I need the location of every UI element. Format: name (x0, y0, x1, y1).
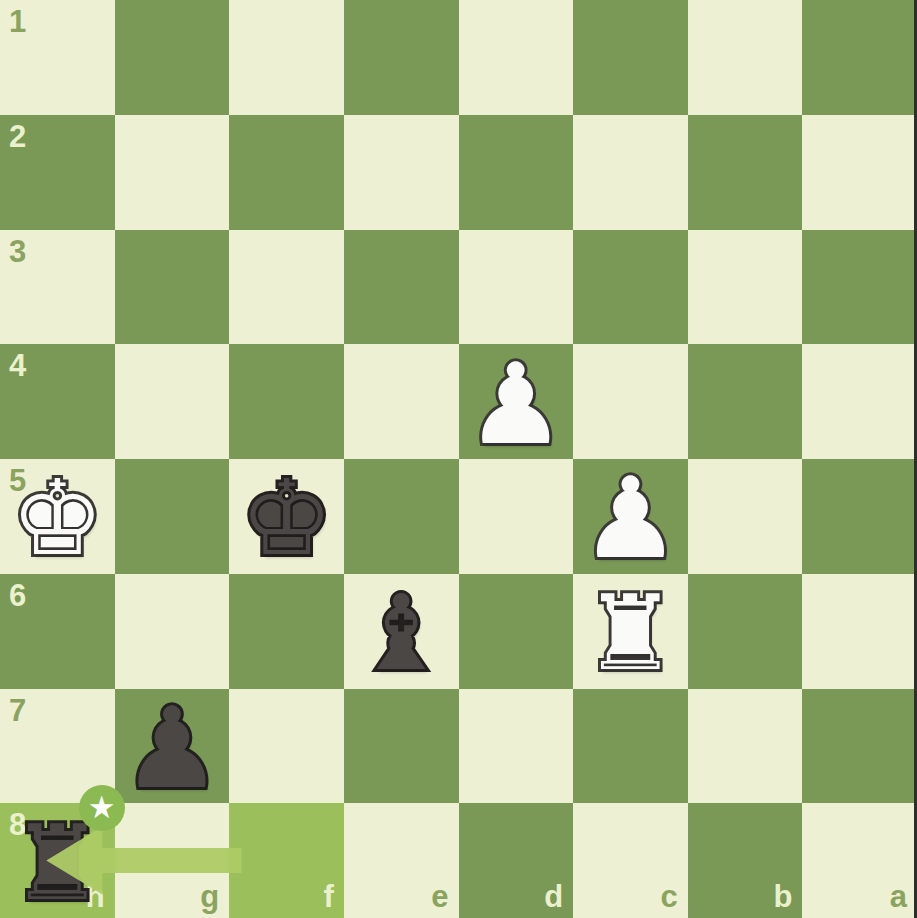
square-a7[interactable] (802, 689, 917, 804)
square-c7[interactable] (573, 689, 688, 804)
square-c4[interactable] (573, 344, 688, 459)
white-pawn-c5[interactable]: ♟ (573, 461, 688, 576)
square-a2[interactable] (802, 115, 917, 230)
square-b1[interactable] (688, 0, 803, 115)
white-king-h5[interactable]: ♚ (0, 461, 115, 576)
square-h2[interactable]: 2 (0, 115, 115, 230)
rank-label-7: 7 (9, 695, 26, 726)
square-b3[interactable] (688, 230, 803, 345)
square-b2[interactable] (688, 115, 803, 230)
square-b8[interactable]: b (688, 803, 803, 918)
square-f3[interactable] (229, 230, 344, 345)
square-c2[interactable] (573, 115, 688, 230)
square-b4[interactable] (688, 344, 803, 459)
square-f4[interactable] (229, 344, 344, 459)
square-h6[interactable]: 6 (0, 574, 115, 689)
square-g2[interactable] (115, 115, 230, 230)
file-label-f: f (324, 881, 334, 912)
rank-label-2: 2 (9, 121, 26, 152)
rank-label-6: 6 (9, 580, 26, 611)
square-a1[interactable] (802, 0, 917, 115)
square-d1[interactable] (459, 0, 574, 115)
square-e7[interactable] (344, 689, 459, 804)
square-d3[interactable] (459, 230, 574, 345)
square-d7[interactable] (459, 689, 574, 804)
square-a8[interactable]: a (802, 803, 917, 918)
square-d6[interactable] (459, 574, 574, 689)
square-g1[interactable] (115, 0, 230, 115)
rank-label-3: 3 (9, 236, 26, 267)
square-g4[interactable] (115, 344, 230, 459)
square-c8[interactable]: c (573, 803, 688, 918)
square-c1[interactable] (573, 0, 688, 115)
square-b6[interactable] (688, 574, 803, 689)
square-e3[interactable] (344, 230, 459, 345)
rank-label-1: 1 (9, 6, 26, 37)
square-f6[interactable] (229, 574, 344, 689)
file-label-c: c (661, 881, 678, 912)
file-label-d: d (544, 881, 563, 912)
rank-label-4: 4 (9, 350, 26, 381)
file-label-b: b (773, 881, 792, 912)
white-pawn-d4[interactable]: ♟ (459, 346, 574, 461)
square-b5[interactable] (688, 459, 803, 574)
square-g5[interactable] (115, 459, 230, 574)
black-king-f5[interactable]: ♚ (229, 461, 344, 576)
square-g3[interactable] (115, 230, 230, 345)
white-rook-c6[interactable]: ♜ (573, 576, 688, 691)
square-f7[interactable] (229, 689, 344, 804)
square-a6[interactable] (802, 574, 917, 689)
square-e1[interactable] (344, 0, 459, 115)
square-e8[interactable]: e (344, 803, 459, 918)
square-h4[interactable]: 4 (0, 344, 115, 459)
square-e2[interactable] (344, 115, 459, 230)
square-a3[interactable] (802, 230, 917, 345)
square-d8[interactable]: d (459, 803, 574, 918)
star-marker: ★ (79, 785, 125, 831)
square-g8[interactable]: g (115, 803, 230, 918)
square-d5[interactable] (459, 459, 574, 574)
square-e5[interactable] (344, 459, 459, 574)
square-a5[interactable] (802, 459, 917, 574)
square-f8[interactable]: f (229, 803, 344, 918)
square-f1[interactable] (229, 0, 344, 115)
file-label-g: g (200, 881, 219, 912)
square-e4[interactable] (344, 344, 459, 459)
square-d2[interactable] (459, 115, 574, 230)
square-a4[interactable] (802, 344, 917, 459)
square-b7[interactable] (688, 689, 803, 804)
square-h1[interactable]: 1 (0, 0, 115, 115)
file-label-e: e (431, 881, 448, 912)
square-h3[interactable]: 3 (0, 230, 115, 345)
square-f2[interactable] (229, 115, 344, 230)
black-bishop-e6[interactable]: ♝ (344, 576, 459, 691)
square-c3[interactable] (573, 230, 688, 345)
square-g6[interactable] (115, 574, 230, 689)
file-label-a: a (890, 881, 907, 912)
black-pawn-g7[interactable]: ♟ (115, 691, 230, 806)
chess-board: 12345678hgfedcba ★ ♜♟♝♚♜♟♟♚ (0, 0, 917, 918)
star-icon: ★ (88, 792, 116, 823)
